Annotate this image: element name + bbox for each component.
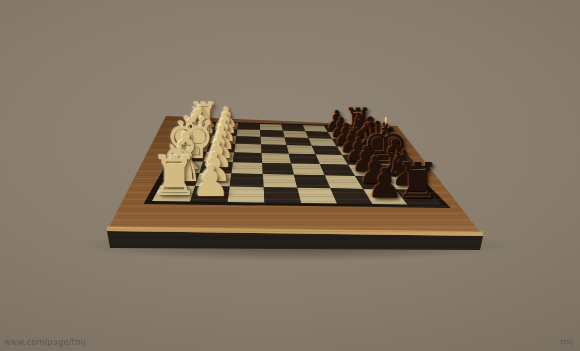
square-e4[interactable]: [262, 153, 292, 163]
square-c5[interactable]: [285, 138, 312, 146]
scene: ♜♟♟♜♞♟♟♞♝♟♟♝♛♟♟♛♚♟♟♚♝♟♟♝♞♟♟♞♜♟♟♜ www.com…: [0, 0, 580, 351]
square-b5[interactable]: [283, 131, 309, 138]
chessboard[interactable]: [0, 0, 580, 351]
black-rook-glyph: ♜: [396, 157, 441, 207]
square-d4[interactable]: [261, 145, 289, 154]
square-h5[interactable]: [297, 188, 337, 204]
king-finial-glint: [384, 117, 387, 125]
square-c4[interactable]: [261, 137, 287, 145]
square-d5[interactable]: [287, 145, 316, 154]
square-a5[interactable]: [281, 125, 305, 132]
square-g4[interactable]: [263, 174, 297, 188]
square-a6[interactable]: [303, 125, 328, 132]
square-b4[interactable]: [260, 130, 285, 138]
watermark-left: www.com/page/tmj: [4, 338, 86, 347]
square-h4[interactable]: [264, 187, 301, 203]
square-a4[interactable]: [260, 124, 283, 131]
square-f5[interactable]: [291, 164, 325, 176]
watermark-right: tmj: [561, 338, 573, 346]
square-e5[interactable]: [289, 154, 320, 164]
square-g5[interactable]: [294, 175, 330, 189]
square-f4[interactable]: [262, 163, 294, 175]
white-pawn-glyph: ♟: [191, 159, 230, 202]
